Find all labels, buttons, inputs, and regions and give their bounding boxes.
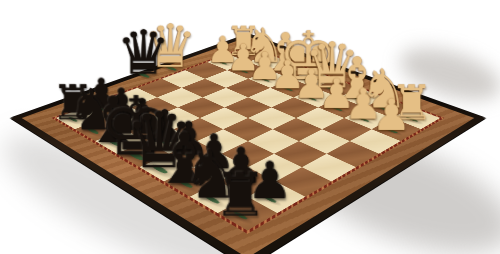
photo-scene: ♜♞♝♚♛♝♞♜♟♟♟♟♟♟♟♟♟♟♟♟♟♟♟♟♜♞♝♚♛♝♞♜♛♛ [0, 0, 500, 254]
chess-board: ♜♞♝♚♛♝♞♜♟♟♟♟♟♟♟♟♟♟♟♟♟♟♟♟♜♞♝♚♛♝♞♜♛♛ [10, 34, 485, 254]
product-photo-canvas: Staunton chess set with ebonized and box… [0, 0, 500, 254]
black-rook-glyph: ♜ [213, 164, 267, 224]
